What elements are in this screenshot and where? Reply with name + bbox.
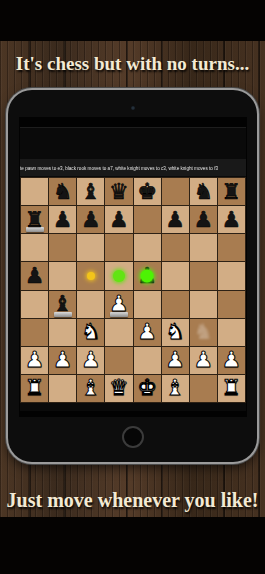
square-c4[interactable] xyxy=(77,291,104,318)
square-f3[interactable]: ♞ xyxy=(162,319,189,346)
piece-bb-b4[interactable]: ♝ xyxy=(49,291,76,318)
piece-wp-d4[interactable]: ♟ xyxy=(105,291,132,318)
move-log-ticker: te pawn moves to e3, black rook moves to… xyxy=(20,159,246,176)
square-d6[interactable] xyxy=(105,234,132,261)
square-a1[interactable]: ♜ xyxy=(21,375,48,402)
square-e5[interactable]: ♟ xyxy=(134,262,161,289)
square-g5[interactable] xyxy=(190,262,217,289)
piece-wp-g2[interactable]: ♟ xyxy=(190,347,217,374)
square-h2[interactable]: ♟ xyxy=(218,347,245,374)
square-h8[interactable]: ♜ xyxy=(218,178,245,205)
square-d7[interactable]: ♟ xyxy=(105,206,132,233)
square-a4[interactable] xyxy=(21,291,48,318)
app-store-screenshot: It's chess but with no turns... te pawn … xyxy=(0,0,265,574)
piece-bp-h7[interactable]: ♟ xyxy=(218,206,245,233)
square-d2[interactable] xyxy=(105,347,132,374)
square-b1[interactable] xyxy=(49,375,76,402)
square-b3[interactable] xyxy=(49,319,76,346)
square-f8[interactable] xyxy=(162,178,189,205)
piece-wb-c1[interactable]: ♝ xyxy=(77,375,104,402)
motion-ghost-wn: ♞ xyxy=(190,319,217,346)
move-dot-d5 xyxy=(113,270,125,282)
square-f5[interactable] xyxy=(162,262,189,289)
piece-bp-d7[interactable]: ♟ xyxy=(105,206,132,233)
square-h6[interactable] xyxy=(218,234,245,261)
square-b2[interactable]: ♟ xyxy=(49,347,76,374)
square-e8[interactable]: ♚ xyxy=(134,178,161,205)
piece-wn-f3[interactable]: ♞ xyxy=(162,319,189,346)
piece-wq-d1[interactable]: ♛ xyxy=(105,375,132,402)
piece-bp-g7[interactable]: ♟ xyxy=(190,206,217,233)
square-a2[interactable]: ♟ xyxy=(21,347,48,374)
front-camera-dot xyxy=(131,106,135,110)
square-d8[interactable]: ♛ xyxy=(105,178,132,205)
piece-wp-b2[interactable]: ♟ xyxy=(49,347,76,374)
square-a5[interactable]: ♟ xyxy=(21,262,48,289)
tagline-top: It's chess but with no turns... xyxy=(0,48,265,80)
home-button[interactable] xyxy=(122,426,144,448)
piece-wr-h1[interactable]: ♜ xyxy=(218,375,245,402)
square-a7[interactable]: ♜ xyxy=(21,206,48,233)
piece-bn-b8[interactable]: ♞ xyxy=(49,178,76,205)
square-a3[interactable] xyxy=(21,319,48,346)
square-c6[interactable] xyxy=(77,234,104,261)
square-e1[interactable]: ♚ xyxy=(134,375,161,402)
square-g6[interactable] xyxy=(190,234,217,261)
square-e6[interactable] xyxy=(134,234,161,261)
square-b4[interactable]: ♝ xyxy=(49,291,76,318)
move-dot-e5 xyxy=(141,269,154,282)
piece-bq-d8[interactable]: ♛ xyxy=(105,178,132,205)
square-c3[interactable]: ♞ xyxy=(77,319,104,346)
square-h4[interactable] xyxy=(218,291,245,318)
chess-board: ♞♝♛♚♞♜♜♟♟♟♟♟♟♟♟♝♟♞♟♞♞♟♟♟♟♟♟♜♝♛♚♝♜ xyxy=(20,177,246,403)
square-c5[interactable] xyxy=(77,262,104,289)
square-d5[interactable] xyxy=(105,262,132,289)
square-e2[interactable] xyxy=(134,347,161,374)
square-g8[interactable]: ♞ xyxy=(190,178,217,205)
piece-br-a7[interactable]: ♜ xyxy=(21,206,48,233)
square-d4[interactable]: ♟ xyxy=(105,291,132,318)
square-f6[interactable] xyxy=(162,234,189,261)
square-h1[interactable]: ♜ xyxy=(218,375,245,402)
piece-bp-a5[interactable]: ♟ xyxy=(21,262,48,289)
piece-bk-e8[interactable]: ♚ xyxy=(134,178,161,205)
tap-dot-c5 xyxy=(87,272,95,280)
square-c7[interactable]: ♟ xyxy=(77,206,104,233)
piece-wp-h2[interactable]: ♟ xyxy=(218,347,245,374)
move-log-text: te pawn moves to e3, black rook moves to… xyxy=(20,165,218,170)
square-e7[interactable] xyxy=(134,206,161,233)
piece-wp-f2[interactable]: ♟ xyxy=(162,347,189,374)
square-b6[interactable] xyxy=(49,234,76,261)
square-h7[interactable]: ♟ xyxy=(218,206,245,233)
square-f7[interactable]: ♟ xyxy=(162,206,189,233)
piece-wp-c2[interactable]: ♟ xyxy=(77,347,104,374)
square-f4[interactable] xyxy=(162,291,189,318)
square-c8[interactable]: ♝ xyxy=(77,178,104,205)
square-a8[interactable] xyxy=(21,178,48,205)
bottom-black-bar xyxy=(0,517,265,574)
piece-bp-c7[interactable]: ♟ xyxy=(77,206,104,233)
piece-bb-c8[interactable]: ♝ xyxy=(77,178,104,205)
piece-wn-c3[interactable]: ♞ xyxy=(77,319,104,346)
square-h3[interactable] xyxy=(218,319,245,346)
square-e4[interactable] xyxy=(134,291,161,318)
square-g3[interactable]: ♞ xyxy=(190,319,217,346)
piece-bn-g8[interactable]: ♞ xyxy=(190,178,217,205)
square-f2[interactable]: ♟ xyxy=(162,347,189,374)
tagline-bottom: Just move whenever you like! xyxy=(0,484,265,516)
piece-bp-f7[interactable]: ♟ xyxy=(162,206,189,233)
square-a6[interactable] xyxy=(21,234,48,261)
square-d3[interactable] xyxy=(105,319,132,346)
square-b8[interactable]: ♞ xyxy=(49,178,76,205)
square-g7[interactable]: ♟ xyxy=(190,206,217,233)
square-e3[interactable]: ♟ xyxy=(134,319,161,346)
piece-br-h8[interactable]: ♜ xyxy=(218,178,245,205)
piece-wb-f1[interactable]: ♝ xyxy=(162,375,189,402)
piece-wp-a2[interactable]: ♟ xyxy=(21,347,48,374)
piece-bp-b7[interactable]: ♟ xyxy=(49,206,76,233)
square-c2[interactable]: ♟ xyxy=(77,347,104,374)
top-black-bar xyxy=(0,0,265,41)
square-d1[interactable]: ♛ xyxy=(105,375,132,402)
square-h5[interactable] xyxy=(218,262,245,289)
square-c1[interactable]: ♝ xyxy=(77,375,104,402)
piece-wp-e3[interactable]: ♟ xyxy=(134,319,161,346)
piece-wr-a1[interactable]: ♜ xyxy=(21,375,48,402)
square-b7[interactable]: ♟ xyxy=(49,206,76,233)
square-f1[interactable]: ♝ xyxy=(162,375,189,402)
square-g2[interactable]: ♟ xyxy=(190,347,217,374)
square-g4[interactable] xyxy=(190,291,217,318)
piece-wk-e1[interactable]: ♚ xyxy=(134,375,161,402)
square-b5[interactable] xyxy=(49,262,76,289)
square-g1[interactable] xyxy=(190,375,217,402)
